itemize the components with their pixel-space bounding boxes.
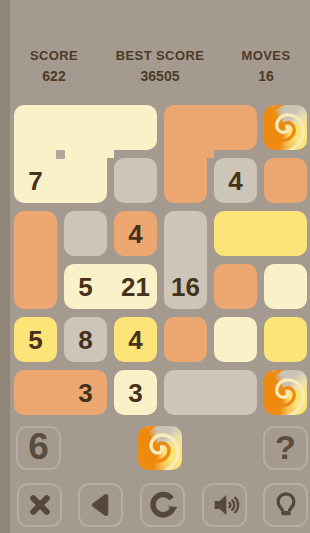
tile-number: 7 bbox=[28, 168, 42, 194]
tile-S-cream[interactable] bbox=[214, 317, 257, 362]
undo-button[interactable] bbox=[78, 483, 123, 527]
tile-K-yellow[interactable] bbox=[264, 211, 307, 256]
tile-A-cream[interactable] bbox=[114, 105, 157, 150]
sound-button[interactable] bbox=[202, 483, 247, 527]
tile-number: 8 bbox=[78, 327, 92, 353]
speaker-icon bbox=[205, 485, 245, 525]
swirl-icon bbox=[138, 426, 182, 470]
tile-number: 4 bbox=[228, 168, 242, 194]
next-tile-preview bbox=[138, 426, 182, 470]
board-size-button[interactable]: 6 bbox=[16, 426, 61, 470]
tile-G-orange[interactable] bbox=[14, 211, 57, 264]
swirl-icon bbox=[264, 105, 307, 150]
tile-K-yellow[interactable] bbox=[214, 211, 264, 256]
tile-X-swirl[interactable] bbox=[264, 370, 307, 415]
tile-G-orange[interactable] bbox=[14, 264, 57, 309]
tile-B-orange[interactable] bbox=[164, 105, 214, 158]
tile-number: 4 bbox=[128, 327, 142, 353]
tile-F-orange[interactable] bbox=[264, 158, 307, 203]
app-window: SCORE 622 BEST SCORE 36505 MOVES 16 7441… bbox=[10, 0, 310, 533]
tile-A-cream[interactable] bbox=[64, 158, 107, 203]
tile-corner-marker bbox=[56, 150, 65, 159]
tile-B-orange[interactable] bbox=[214, 105, 257, 150]
restart-button[interactable] bbox=[140, 483, 185, 527]
tile-D-gray[interactable] bbox=[114, 158, 157, 203]
tile-R-orange[interactable] bbox=[164, 317, 207, 362]
undo-back-icon bbox=[81, 485, 121, 525]
tile-number: 4 bbox=[128, 221, 142, 247]
close-icon bbox=[20, 485, 60, 525]
swirl-icon bbox=[264, 370, 307, 415]
tile-U-orange[interactable] bbox=[14, 370, 64, 415]
tile-W-gray[interactable] bbox=[164, 370, 214, 415]
restart-icon bbox=[143, 485, 183, 525]
hint-button[interactable] bbox=[263, 483, 308, 527]
tile-W-gray[interactable] bbox=[214, 370, 257, 415]
close-button[interactable] bbox=[17, 483, 62, 527]
tile-number: 21 bbox=[121, 274, 150, 300]
tile-B-orange[interactable] bbox=[164, 158, 207, 203]
tile-N-cream[interactable] bbox=[264, 264, 307, 309]
tile-J-gray[interactable] bbox=[164, 211, 207, 264]
tile-number: 16 bbox=[171, 274, 200, 300]
tile-H-gray[interactable] bbox=[64, 211, 107, 256]
tile-T-yellow[interactable] bbox=[264, 317, 307, 362]
tile-A-cream[interactable] bbox=[64, 105, 114, 158]
tile-number: 5 bbox=[28, 327, 42, 353]
help-button[interactable]: ? bbox=[263, 426, 308, 470]
tile-number: 5 bbox=[78, 274, 92, 300]
tile-C-swirl[interactable] bbox=[264, 105, 307, 150]
lightbulb-icon bbox=[266, 485, 306, 525]
tile-number: 3 bbox=[78, 380, 92, 406]
tile-number: 3 bbox=[128, 380, 142, 406]
tile-M-orange[interactable] bbox=[214, 264, 257, 309]
